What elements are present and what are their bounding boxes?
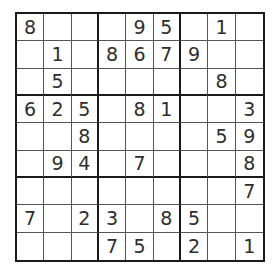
sudoku-cell[interactable] [181, 123, 208, 150]
sudoku-cell[interactable]: 5 [208, 123, 235, 150]
sudoku-cell[interactable]: 6 [17, 96, 44, 123]
sudoku-cell[interactable] [236, 69, 263, 96]
sudoku-cell[interactable]: 8 [17, 14, 44, 41]
sudoku-cell[interactable] [99, 14, 126, 41]
sudoku-cell[interactable]: 2 [72, 205, 99, 232]
sudoku-cell[interactable] [181, 151, 208, 178]
sudoku-cell[interactable] [44, 123, 71, 150]
sudoku-cell[interactable]: 3 [99, 205, 126, 232]
sudoku-cell[interactable]: 7 [126, 151, 153, 178]
sudoku-cell[interactable] [126, 123, 153, 150]
sudoku-cell[interactable]: 5 [72, 96, 99, 123]
sudoku-cell[interactable] [72, 69, 99, 96]
sudoku-cell[interactable] [44, 178, 71, 205]
sudoku-cell[interactable] [154, 151, 181, 178]
sudoku-cell[interactable] [17, 69, 44, 96]
sudoku-cell[interactable] [44, 14, 71, 41]
sudoku-cell[interactable]: 9 [181, 41, 208, 68]
sudoku-cell[interactable] [126, 69, 153, 96]
sudoku-cell[interactable] [154, 123, 181, 150]
sudoku-cell[interactable]: 7 [99, 233, 126, 260]
sudoku-cell[interactable] [154, 233, 181, 260]
sudoku-cell[interactable] [208, 151, 235, 178]
sudoku-cell[interactable]: 9 [236, 123, 263, 150]
sudoku-cell[interactable] [44, 233, 71, 260]
sudoku-cell[interactable]: 1 [154, 96, 181, 123]
sudoku-cell[interactable] [17, 178, 44, 205]
sudoku-cell[interactable]: 5 [154, 14, 181, 41]
sudoku-cell[interactable]: 8 [72, 123, 99, 150]
sudoku-cell[interactable] [72, 233, 99, 260]
sudoku-cell[interactable] [236, 14, 263, 41]
sudoku-cell[interactable] [126, 178, 153, 205]
sudoku-cell[interactable]: 2 [181, 233, 208, 260]
sudoku-cell[interactable] [17, 41, 44, 68]
sudoku-cell[interactable] [208, 233, 235, 260]
sudoku-cell[interactable]: 5 [44, 69, 71, 96]
sudoku-cell[interactable] [181, 14, 208, 41]
sudoku-cell[interactable] [99, 123, 126, 150]
sudoku-cell[interactable]: 8 [154, 205, 181, 232]
sudoku-cell[interactable]: 9 [44, 151, 71, 178]
sudoku-cell[interactable] [208, 178, 235, 205]
sudoku-cell[interactable] [236, 205, 263, 232]
sudoku-cell[interactable]: 7 [236, 178, 263, 205]
sudoku-cell[interactable] [181, 178, 208, 205]
sudoku-cell[interactable]: 5 [181, 205, 208, 232]
sudoku-cell[interactable] [17, 151, 44, 178]
sudoku-cell[interactable] [126, 205, 153, 232]
sudoku-cell[interactable]: 3 [236, 96, 263, 123]
sudoku-cell[interactable] [208, 41, 235, 68]
sudoku-cell[interactable] [17, 233, 44, 260]
sudoku-cell[interactable]: 1 [236, 233, 263, 260]
sudoku-cell[interactable]: 8 [236, 151, 263, 178]
sudoku-cell[interactable]: 2 [44, 96, 71, 123]
sudoku-cell[interactable]: 7 [17, 205, 44, 232]
sudoku-cell[interactable] [72, 41, 99, 68]
sudoku-cell[interactable] [154, 178, 181, 205]
sudoku-cell[interactable]: 4 [72, 151, 99, 178]
sudoku-cell[interactable]: 6 [126, 41, 153, 68]
sudoku-cell[interactable] [72, 14, 99, 41]
sudoku-board: 8951186795862581385994787723857521 [15, 12, 265, 262]
sudoku-cell[interactable]: 1 [44, 41, 71, 68]
sudoku-cell[interactable]: 1 [208, 14, 235, 41]
sudoku-cell[interactable] [181, 96, 208, 123]
sudoku-cell[interactable] [72, 178, 99, 205]
sudoku-cell[interactable] [44, 205, 71, 232]
sudoku-cell[interactable]: 7 [154, 41, 181, 68]
sudoku-cell[interactable]: 9 [126, 14, 153, 41]
sudoku-cell[interactable] [99, 151, 126, 178]
sudoku-cell[interactable] [99, 96, 126, 123]
sudoku-cell[interactable] [236, 41, 263, 68]
sudoku-cell[interactable] [17, 123, 44, 150]
sudoku-cell[interactable]: 8 [126, 96, 153, 123]
sudoku-cell[interactable] [99, 69, 126, 96]
sudoku-cell[interactable]: 8 [99, 41, 126, 68]
sudoku-cell[interactable]: 5 [126, 233, 153, 260]
sudoku-cell[interactable] [99, 178, 126, 205]
sudoku-cell[interactable] [208, 96, 235, 123]
sudoku-cell[interactable] [208, 205, 235, 232]
sudoku-cell[interactable]: 8 [208, 69, 235, 96]
sudoku-cell[interactable] [181, 69, 208, 96]
sudoku-cell[interactable] [154, 69, 181, 96]
